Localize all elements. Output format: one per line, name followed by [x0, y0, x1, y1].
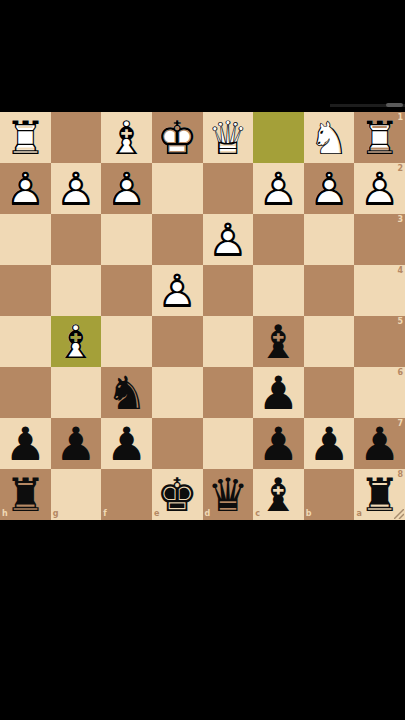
- square-g5[interactable]: ♝♗: [51, 316, 102, 367]
- piece-glyph: ♟: [253, 418, 304, 469]
- piece-white-pawn[interactable]: ♟♙: [304, 163, 355, 214]
- square-a2[interactable]: ♟♙2: [354, 163, 405, 214]
- square-g2[interactable]: ♟♙: [51, 163, 102, 214]
- square-d3[interactable]: ♟♙: [203, 214, 254, 265]
- square-b2[interactable]: ♟♙: [304, 163, 355, 214]
- board-resize-handle[interactable]: [394, 509, 404, 519]
- square-b4[interactable]: [304, 265, 355, 316]
- square-f2[interactable]: ♟♙: [101, 163, 152, 214]
- square-h4[interactable]: [0, 265, 51, 316]
- file-label-e: e: [154, 510, 159, 518]
- piece-glyph: ♚: [152, 469, 203, 520]
- piece-outline-layer: ♗: [101, 112, 152, 163]
- square-g1[interactable]: [51, 112, 102, 163]
- piece-black-pawn[interactable]: ♟: [101, 418, 152, 469]
- piece-black-bishop[interactable]: ♝: [253, 316, 304, 367]
- square-c4[interactable]: [253, 265, 304, 316]
- rank-label-3: 3: [397, 216, 403, 224]
- square-c1[interactable]: [253, 112, 304, 163]
- rank-label-8: 8: [397, 471, 403, 479]
- square-a5[interactable]: 5: [354, 316, 405, 367]
- square-g6[interactable]: [51, 367, 102, 418]
- square-f6[interactable]: ♞: [101, 367, 152, 418]
- square-e5[interactable]: [152, 316, 203, 367]
- piece-glyph: ♟: [101, 418, 152, 469]
- square-h3[interactable]: [0, 214, 51, 265]
- square-b5[interactable]: [304, 316, 355, 367]
- piece-white-rook[interactable]: ♜♖: [0, 112, 51, 163]
- file-label-d: d: [205, 510, 211, 518]
- square-g4[interactable]: [51, 265, 102, 316]
- bottom-letterbox-bar: [0, 520, 405, 720]
- piece-outline-layer: ♙: [304, 163, 355, 214]
- square-d5[interactable]: [203, 316, 254, 367]
- square-g7[interactable]: ♟: [51, 418, 102, 469]
- piece-outline-layer: ♘: [304, 112, 355, 163]
- square-a6[interactable]: 6: [354, 367, 405, 418]
- piece-white-knight[interactable]: ♞♘: [304, 112, 355, 163]
- square-e6[interactable]: [152, 367, 203, 418]
- piece-outline-layer: ♔: [152, 112, 203, 163]
- file-label-f: f: [103, 510, 106, 518]
- square-g3[interactable]: [51, 214, 102, 265]
- piece-white-pawn[interactable]: ♟♙: [0, 163, 51, 214]
- piece-black-pawn[interactable]: ♟: [51, 418, 102, 469]
- piece-white-pawn[interactable]: ♟♙: [152, 265, 203, 316]
- square-d1[interactable]: ♛♕: [203, 112, 254, 163]
- piece-glyph: ♞: [101, 367, 152, 418]
- square-c2[interactable]: ♟♙: [253, 163, 304, 214]
- piece-black-pawn[interactable]: ♟: [253, 367, 304, 418]
- square-f4[interactable]: [101, 265, 152, 316]
- rank-label-6: 6: [397, 369, 403, 377]
- square-h7[interactable]: ♟: [0, 418, 51, 469]
- square-e3[interactable]: [152, 214, 203, 265]
- file-label-a: a: [356, 510, 361, 518]
- square-e7[interactable]: [152, 418, 203, 469]
- piece-glyph: ♟: [0, 418, 51, 469]
- square-d2[interactable]: [203, 163, 254, 214]
- piece-glyph: ♝: [253, 316, 304, 367]
- piece-outline-layer: ♖: [0, 112, 51, 163]
- piece-black-pawn[interactable]: ♟: [304, 418, 355, 469]
- square-e2[interactable]: [152, 163, 203, 214]
- piece-outline-layer: ♙: [101, 163, 152, 214]
- square-e1[interactable]: ♚♔: [152, 112, 203, 163]
- piece-glyph: ♟: [304, 418, 355, 469]
- square-f7[interactable]: ♟: [101, 418, 152, 469]
- rank-label-7: 7: [397, 420, 403, 428]
- square-a1[interactable]: ♜♖1: [354, 112, 405, 163]
- piece-white-king[interactable]: ♚♔: [152, 112, 203, 163]
- square-b6[interactable]: [304, 367, 355, 418]
- square-h5[interactable]: [0, 316, 51, 367]
- file-label-g: g: [53, 510, 59, 518]
- piece-outline-layer: ♙: [0, 163, 51, 214]
- square-f1[interactable]: ♝♗: [101, 112, 152, 163]
- square-h1[interactable]: ♜♖: [0, 112, 51, 163]
- square-c8[interactable]: ♝c: [253, 469, 304, 520]
- piece-white-queen[interactable]: ♛♕: [203, 112, 254, 163]
- square-f8[interactable]: f: [101, 469, 152, 520]
- piece-glyph: ♟: [51, 418, 102, 469]
- square-h6[interactable]: [0, 367, 51, 418]
- square-h2[interactable]: ♟♙: [0, 163, 51, 214]
- square-c3[interactable]: [253, 214, 304, 265]
- square-a7[interactable]: ♟7: [354, 418, 405, 469]
- rank-label-4: 4: [397, 267, 403, 275]
- square-f3[interactable]: [101, 214, 152, 265]
- file-label-h: h: [2, 510, 8, 518]
- piece-black-knight[interactable]: ♞: [101, 367, 152, 418]
- file-label-b: b: [306, 510, 312, 518]
- piece-white-pawn[interactable]: ♟♙: [51, 163, 102, 214]
- square-e4[interactable]: ♟♙: [152, 265, 203, 316]
- piece-black-king[interactable]: ♚: [152, 469, 203, 520]
- square-a3[interactable]: 3: [354, 214, 405, 265]
- square-b8[interactable]: b: [304, 469, 355, 520]
- piece-black-pawn[interactable]: ♟: [253, 418, 304, 469]
- rank-label-5: 5: [397, 318, 403, 326]
- file-label-c: c: [255, 510, 260, 518]
- piece-black-bishop[interactable]: ♝: [253, 469, 304, 520]
- square-b7[interactable]: ♟: [304, 418, 355, 469]
- piece-black-pawn[interactable]: ♟: [0, 418, 51, 469]
- piece-outline-layer: ♙: [152, 265, 203, 316]
- square-d8[interactable]: ♛d: [203, 469, 254, 520]
- square-c5[interactable]: ♝: [253, 316, 304, 367]
- piece-glyph: ♝: [253, 469, 304, 520]
- square-f5[interactable]: [101, 316, 152, 367]
- square-g8[interactable]: g: [51, 469, 102, 520]
- square-b3[interactable]: [304, 214, 355, 265]
- piece-white-pawn[interactable]: ♟♙: [253, 163, 304, 214]
- piece-white-bishop[interactable]: ♝♗: [101, 112, 152, 163]
- chess-board: ♜♖♝♗♚♔♛♕♞♘♜♖1♟♙♟♙♟♙♟♙♟♙♟♙2♟♙3♟♙4♝♗♝5♞♟6♟…: [0, 112, 405, 520]
- square-h8[interactable]: ♜h: [0, 469, 51, 520]
- piece-glyph: ♟: [253, 367, 304, 418]
- square-a4[interactable]: 4: [354, 265, 405, 316]
- square-b1[interactable]: ♞♘: [304, 112, 355, 163]
- rank-label-1: 1: [397, 114, 403, 122]
- square-e8[interactable]: ♚e: [152, 469, 203, 520]
- piece-white-pawn[interactable]: ♟♙: [203, 214, 254, 265]
- piece-outline-layer: ♙: [51, 163, 102, 214]
- piece-white-bishop[interactable]: ♝♗: [51, 316, 102, 367]
- square-d7[interactable]: [203, 418, 254, 469]
- piece-outline-layer: ♗: [51, 316, 102, 367]
- square-c6[interactable]: ♟: [253, 367, 304, 418]
- square-c7[interactable]: ♟: [253, 418, 304, 469]
- top-letterbox-bar: [0, 0, 405, 112]
- piece-white-pawn[interactable]: ♟♙: [101, 163, 152, 214]
- piece-outline-layer: ♙: [253, 163, 304, 214]
- piece-outline-layer: ♙: [203, 214, 254, 265]
- piece-outline-layer: ♕: [203, 112, 254, 163]
- scrollbar-indicator: [386, 103, 403, 107]
- square-d6[interactable]: [203, 367, 254, 418]
- rank-label-2: 2: [397, 165, 403, 173]
- square-d4[interactable]: [203, 265, 254, 316]
